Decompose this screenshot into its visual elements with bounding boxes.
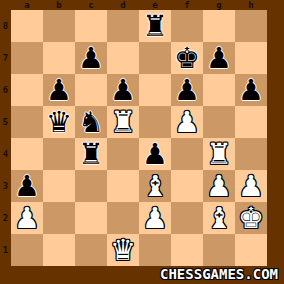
square-c7[interactable]: ♟ (75, 42, 107, 74)
piece-black-pawn: ♟ (46, 74, 72, 106)
square-a2[interactable]: ♟ (11, 202, 43, 234)
rank-label-5: 5 (0, 106, 11, 138)
rank-label-7: 7 (0, 42, 11, 74)
piece-white-pawn: ♟ (238, 170, 264, 202)
chess-diagram: abcdefgh 87654321 ♜♟♚♟♟♟♟♟♛♞♜♟♜♟♜♟♝♟♟♟♟♝… (0, 0, 284, 284)
rank-label-8: 8 (0, 10, 11, 42)
chess-board: ♜♟♚♟♟♟♟♟♛♞♜♟♜♟♜♟♝♟♟♟♟♝♚♛ (11, 10, 267, 266)
square-d5[interactable]: ♜ (107, 106, 139, 138)
piece-black-pawn: ♟ (14, 170, 40, 202)
piece-white-bishop: ♝ (206, 202, 232, 234)
rank-label-3: 3 (0, 170, 11, 202)
square-f7[interactable]: ♚ (171, 42, 203, 74)
square-h4[interactable] (235, 138, 267, 170)
square-d2[interactable] (107, 202, 139, 234)
piece-black-pawn: ♟ (142, 138, 168, 170)
square-e6[interactable] (139, 74, 171, 106)
piece-white-pawn: ♟ (14, 202, 40, 234)
piece-black-queen: ♛ (46, 106, 72, 138)
square-g1[interactable] (203, 234, 235, 266)
piece-white-rook: ♜ (110, 106, 136, 138)
rank-label-1: 1 (0, 234, 11, 266)
square-h7[interactable] (235, 42, 267, 74)
square-b8[interactable] (43, 10, 75, 42)
square-g4[interactable]: ♜ (203, 138, 235, 170)
piece-black-pawn: ♟ (238, 74, 264, 106)
file-label-f: f (171, 0, 203, 10)
square-e2[interactable]: ♟ (139, 202, 171, 234)
square-g6[interactable] (203, 74, 235, 106)
square-d3[interactable] (107, 170, 139, 202)
square-b4[interactable] (43, 138, 75, 170)
piece-black-pawn: ♟ (174, 74, 200, 106)
square-d7[interactable] (107, 42, 139, 74)
square-b7[interactable] (43, 42, 75, 74)
square-h5[interactable] (235, 106, 267, 138)
square-f8[interactable] (171, 10, 203, 42)
piece-white-rook: ♜ (206, 138, 232, 170)
piece-black-rook: ♜ (78, 138, 104, 170)
file-labels: abcdefgh (11, 0, 267, 10)
square-a3[interactable]: ♟ (11, 170, 43, 202)
piece-white-pawn: ♟ (142, 202, 168, 234)
piece-white-bishop: ♝ (142, 170, 168, 202)
file-label-a: a (11, 0, 43, 10)
chessgames-watermark: CHESSGAMES.COM (160, 266, 278, 282)
file-label-d: d (107, 0, 139, 10)
square-f2[interactable] (171, 202, 203, 234)
square-c5[interactable]: ♞ (75, 106, 107, 138)
piece-white-pawn: ♟ (206, 170, 232, 202)
square-g5[interactable] (203, 106, 235, 138)
piece-black-king: ♚ (174, 42, 200, 74)
square-e3[interactable]: ♝ (139, 170, 171, 202)
square-b1[interactable] (43, 234, 75, 266)
file-label-c: c (75, 0, 107, 10)
square-a8[interactable] (11, 10, 43, 42)
square-a1[interactable] (11, 234, 43, 266)
piece-black-pawn: ♟ (110, 74, 136, 106)
square-c8[interactable] (75, 10, 107, 42)
square-b2[interactable] (43, 202, 75, 234)
rank-label-6: 6 (0, 74, 11, 106)
square-f5[interactable]: ♟ (171, 106, 203, 138)
square-h2[interactable]: ♚ (235, 202, 267, 234)
square-c6[interactable] (75, 74, 107, 106)
square-c1[interactable] (75, 234, 107, 266)
square-g3[interactable]: ♟ (203, 170, 235, 202)
square-g2[interactable]: ♝ (203, 202, 235, 234)
square-h1[interactable] (235, 234, 267, 266)
square-f4[interactable] (171, 138, 203, 170)
file-label-b: b (43, 0, 75, 10)
square-d4[interactable] (107, 138, 139, 170)
square-c4[interactable]: ♜ (75, 138, 107, 170)
rank-label-2: 2 (0, 202, 11, 234)
square-c2[interactable] (75, 202, 107, 234)
rank-label-4: 4 (0, 138, 11, 170)
piece-black-pawn: ♟ (206, 42, 232, 74)
square-e8[interactable]: ♜ (139, 10, 171, 42)
square-e4[interactable]: ♟ (139, 138, 171, 170)
piece-white-queen: ♛ (110, 234, 136, 266)
square-h3[interactable]: ♟ (235, 170, 267, 202)
square-c3[interactable] (75, 170, 107, 202)
square-a4[interactable] (11, 138, 43, 170)
file-label-h: h (235, 0, 267, 10)
square-h6[interactable]: ♟ (235, 74, 267, 106)
square-d8[interactable] (107, 10, 139, 42)
square-b3[interactable] (43, 170, 75, 202)
square-h8[interactable] (235, 10, 267, 42)
square-e7[interactable] (139, 42, 171, 74)
square-g8[interactable] (203, 10, 235, 42)
square-e1[interactable] (139, 234, 171, 266)
piece-black-pawn: ♟ (78, 42, 104, 74)
rank-labels: 87654321 (0, 10, 11, 266)
square-e5[interactable] (139, 106, 171, 138)
piece-white-king: ♚ (238, 202, 264, 234)
square-b5[interactable]: ♛ (43, 106, 75, 138)
square-g7[interactable]: ♟ (203, 42, 235, 74)
square-b6[interactable]: ♟ (43, 74, 75, 106)
piece-black-knight: ♞ (78, 106, 104, 138)
piece-white-pawn: ♟ (174, 106, 200, 138)
square-d1[interactable]: ♛ (107, 234, 139, 266)
file-label-g: g (203, 0, 235, 10)
square-a5[interactable] (11, 106, 43, 138)
square-f6[interactable]: ♟ (171, 74, 203, 106)
square-f3[interactable] (171, 170, 203, 202)
square-a6[interactable] (11, 74, 43, 106)
square-f1[interactable] (171, 234, 203, 266)
square-a7[interactable] (11, 42, 43, 74)
piece-black-rook: ♜ (142, 10, 168, 42)
square-d6[interactable]: ♟ (107, 74, 139, 106)
